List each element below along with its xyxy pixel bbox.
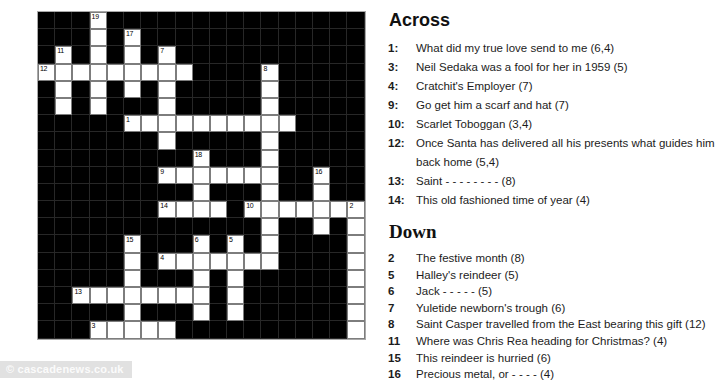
white-cell[interactable]: 18 [193,150,210,167]
white-cell[interactable] [55,98,72,115]
black-cell [244,64,261,81]
black-cell [124,98,141,115]
black-cell [227,81,244,98]
black-cell [296,287,313,304]
black-cell [107,184,124,201]
white-cell[interactable]: 11 [55,46,72,63]
white-cell[interactable] [90,287,107,304]
black-cell [158,184,175,201]
white-cell[interactable]: 14 [158,201,175,218]
black-cell [347,64,364,81]
white-cell[interactable] [210,115,227,132]
across-clue: 10:Scarlet Toboggan (3,4) [388,115,720,134]
black-cell [193,321,210,338]
black-cell [210,235,227,252]
white-cell[interactable] [227,167,244,184]
black-cell [261,29,278,46]
black-cell [261,304,278,321]
white-cell[interactable] [55,81,72,98]
black-cell [296,150,313,167]
white-cell[interactable] [141,64,158,81]
white-cell[interactable] [261,98,278,115]
black-cell [193,12,210,29]
across-clue: 3:Neil Sedaka was a fool for her in 1959… [388,58,720,77]
cell-clue-number: 3 [92,322,96,330]
white-cell[interactable]: 1 [124,115,141,132]
white-cell[interactable] [347,287,364,304]
black-cell [244,287,261,304]
black-cell [193,64,210,81]
white-cell[interactable] [193,270,210,287]
white-cell[interactable] [176,64,193,81]
white-cell[interactable] [124,304,141,321]
cell-clue-number: 10 [246,202,253,210]
white-cell[interactable] [244,167,261,184]
black-cell [210,98,227,115]
black-cell [296,167,313,184]
white-cell[interactable] [347,218,364,235]
black-cell [38,132,55,149]
black-cell [38,235,55,252]
black-cell [210,287,227,304]
white-cell[interactable]: 17 [124,29,141,46]
black-cell [72,12,89,29]
white-cell[interactable] [347,235,364,252]
cell-clue-number: 8 [263,65,267,73]
black-cell [210,29,227,46]
white-cell[interactable] [347,253,364,270]
white-cell[interactable] [90,46,107,63]
white-cell[interactable] [141,115,158,132]
cell-clue-number: 17 [126,30,133,38]
white-cell[interactable] [176,201,193,218]
white-cell[interactable] [261,167,278,184]
white-cell[interactable] [279,115,296,132]
clue-label: 2 [388,250,416,267]
black-cell [38,253,55,270]
clue-text: Jack - - - - - (5) [416,283,720,300]
black-cell [193,81,210,98]
white-cell[interactable]: 6 [193,235,210,252]
black-cell [158,270,175,287]
black-cell [296,81,313,98]
white-cell[interactable] [227,287,244,304]
black-cell [107,218,124,235]
white-cell[interactable] [193,253,210,270]
white-cell[interactable]: 16 [313,167,330,184]
black-cell [141,184,158,201]
black-cell [107,270,124,287]
black-cell [330,270,347,287]
black-cell [193,46,210,63]
white-cell[interactable] [107,321,124,338]
black-cell [347,98,364,115]
clue-text: This reindeer is hurried (6) [416,350,720,367]
white-cell[interactable] [193,115,210,132]
black-cell [347,81,364,98]
black-cell [296,98,313,115]
black-cell [296,29,313,46]
white-cell[interactable]: 10 [244,201,261,218]
black-cell [176,150,193,167]
black-cell [107,115,124,132]
black-cell [313,46,330,63]
white-cell[interactable] [261,235,278,252]
white-cell[interactable]: 8 [261,64,278,81]
black-cell [124,167,141,184]
white-cell[interactable] [90,98,107,115]
black-cell [90,253,107,270]
black-cell [227,132,244,149]
black-cell [279,321,296,338]
black-cell [227,321,244,338]
black-cell [158,304,175,321]
black-cell [296,218,313,235]
white-cell[interactable]: 2 [347,201,364,218]
across-clue: 1:What did my true love send to me (6,4) [388,39,720,58]
across-clue: 14:This old fashioned time of year (4) [388,191,720,210]
white-cell[interactable] [313,218,330,235]
clue-text: Once Santa has delivered all his present… [416,134,720,172]
cell-clue-number: 1 [126,116,130,124]
white-cell[interactable] [261,150,278,167]
white-cell[interactable] [261,132,278,149]
white-cell[interactable] [176,115,193,132]
white-cell[interactable] [244,253,261,270]
black-cell [72,98,89,115]
white-cell[interactable] [176,167,193,184]
black-cell [72,167,89,184]
white-cell[interactable] [124,321,141,338]
white-cell[interactable] [244,115,261,132]
black-cell [90,270,107,287]
across-heading: Across [389,10,720,31]
down-clue: 15This reindeer is hurried (6) [388,350,720,367]
black-cell [244,46,261,63]
white-cell[interactable] [158,64,175,81]
white-cell[interactable] [210,167,227,184]
black-cell [330,12,347,29]
black-cell [141,81,158,98]
black-cell [72,235,89,252]
black-cell [55,235,72,252]
black-cell [90,132,107,149]
white-cell[interactable] [107,64,124,81]
black-cell [193,132,210,149]
black-cell [296,64,313,81]
black-cell [261,46,278,63]
black-cell [38,184,55,201]
white-cell[interactable] [227,304,244,321]
black-cell [38,115,55,132]
black-cell [210,12,227,29]
white-cell[interactable] [193,287,210,304]
white-cell[interactable] [158,132,175,149]
white-cell[interactable] [141,287,158,304]
clue-text: Cratchit's Employer (7) [416,77,720,96]
black-cell [176,304,193,321]
page: 19171171281189161410215654133 Across 1:W… [0,0,722,381]
clue-label: 1: [388,39,416,58]
down-clue: 5Halley's reindeer (5) [388,267,720,284]
black-cell [141,12,158,29]
black-cell [158,29,175,46]
white-cell[interactable] [124,270,141,287]
black-cell [176,218,193,235]
black-cell [210,184,227,201]
black-cell [313,81,330,98]
black-cell [330,287,347,304]
cell-clue-number: 12 [40,65,47,73]
white-cell[interactable] [313,184,330,201]
white-cell[interactable] [296,201,313,218]
black-cell [347,184,364,201]
black-cell [90,218,107,235]
clue-label: 12: [388,134,416,153]
white-cell[interactable] [124,46,141,63]
clue-label: 5 [388,267,416,284]
black-cell [107,167,124,184]
black-cell [347,167,364,184]
white-cell[interactable] [227,115,244,132]
white-cell[interactable] [261,253,278,270]
black-cell [176,132,193,149]
black-cell [141,270,158,287]
clue-label: 7 [388,300,416,317]
black-cell [279,98,296,115]
cell-clue-number: 4 [160,254,164,262]
black-cell [261,270,278,287]
black-cell [296,235,313,252]
black-cell [107,253,124,270]
white-cell[interactable] [158,115,175,132]
clue-text: Halley's reindeer (5) [416,267,720,284]
clue-text: What did my true love send to me (6,4) [416,39,720,58]
black-cell [107,201,124,218]
white-cell[interactable]: 7 [158,46,175,63]
black-cell [72,115,89,132]
black-cell [72,253,89,270]
black-cell [330,304,347,321]
black-cell [347,150,364,167]
black-cell [55,167,72,184]
cell-clue-number: 5 [229,236,233,244]
black-cell [90,115,107,132]
black-cell [244,12,261,29]
black-cell [124,12,141,29]
white-cell[interactable] [261,201,278,218]
white-cell[interactable] [193,201,210,218]
black-cell [107,235,124,252]
white-cell[interactable] [124,253,141,270]
black-cell [244,270,261,287]
across-clue: 13:Saint - - - - - - - - (8) [388,172,720,191]
black-cell [193,218,210,235]
white-cell[interactable] [347,321,364,338]
black-cell [55,304,72,321]
black-cell [72,201,89,218]
white-cell[interactable]: 9 [158,167,175,184]
white-cell[interactable]: 12 [38,64,55,81]
black-cell [261,321,278,338]
white-cell[interactable] [124,64,141,81]
black-cell [313,64,330,81]
black-cell [176,12,193,29]
cell-clue-number: 7 [160,47,164,55]
white-cell[interactable]: 4 [158,253,175,270]
black-cell [55,287,72,304]
black-cell [55,253,72,270]
black-cell [330,253,347,270]
black-cell [72,184,89,201]
white-cell[interactable] [158,321,175,338]
white-cell[interactable] [193,184,210,201]
black-cell [38,218,55,235]
black-cell [176,235,193,252]
white-cell[interactable] [261,184,278,201]
white-cell[interactable] [261,81,278,98]
white-cell[interactable] [141,321,158,338]
black-cell [38,150,55,167]
black-cell [210,132,227,149]
black-cell [38,167,55,184]
white-cell[interactable] [90,64,107,81]
white-cell[interactable] [227,253,244,270]
black-cell [38,201,55,218]
cell-clue-number: 15 [126,236,133,244]
white-cell[interactable] [124,287,141,304]
black-cell [227,29,244,46]
white-cell[interactable] [227,270,244,287]
black-cell [313,235,330,252]
black-cell [141,150,158,167]
black-cell [279,132,296,149]
black-cell [72,46,89,63]
white-cell[interactable] [279,201,296,218]
black-cell [90,235,107,252]
white-cell[interactable]: 3 [90,321,107,338]
black-cell [38,46,55,63]
white-cell[interactable] [347,304,364,321]
clue-text: Neil Sedaka was a fool for her in 1959 (… [416,58,720,77]
black-cell [313,253,330,270]
white-cell[interactable] [193,304,210,321]
clue-label: 15 [388,350,416,367]
cell-clue-number: 2 [349,202,353,210]
black-cell [330,64,347,81]
black-cell [107,12,124,29]
black-cell [330,46,347,63]
down-clue: 6Jack - - - - - (5) [388,283,720,300]
white-cell[interactable] [210,201,227,218]
white-cell[interactable] [55,64,72,81]
black-cell [107,46,124,63]
black-cell [72,270,89,287]
black-cell [176,98,193,115]
white-cell[interactable] [193,167,210,184]
black-cell [107,98,124,115]
cell-clue-number: 9 [160,168,164,176]
white-cell[interactable] [176,287,193,304]
black-cell [296,46,313,63]
down-clue: 16Precious metal, or - - - - (4) [388,366,720,381]
black-cell [90,150,107,167]
black-cell [90,201,107,218]
black-cell [90,184,107,201]
black-cell [158,12,175,29]
black-cell [72,150,89,167]
clue-label: 10: [388,115,416,134]
black-cell [279,64,296,81]
white-cell[interactable]: 19 [90,12,107,29]
black-cell [279,235,296,252]
white-cell[interactable] [176,253,193,270]
black-cell [141,29,158,46]
black-cell [176,270,193,287]
black-cell [72,321,89,338]
clue-text: The festive month (8) [416,250,720,267]
white-cell[interactable] [330,201,347,218]
white-cell[interactable] [158,287,175,304]
black-cell [313,304,330,321]
down-clue: 2The festive month (8) [388,250,720,267]
white-cell[interactable]: 13 [72,287,89,304]
black-cell [313,115,330,132]
white-cell[interactable] [72,64,89,81]
white-cell[interactable] [90,81,107,98]
black-cell [296,184,313,201]
white-cell[interactable] [90,29,107,46]
black-cell [330,167,347,184]
white-cell[interactable] [158,98,175,115]
black-cell [227,150,244,167]
clue-label: 8 [388,316,416,333]
cell-clue-number: 13 [74,288,81,296]
black-cell [227,98,244,115]
white-cell[interactable] [347,270,364,287]
black-cell [55,184,72,201]
black-cell [176,321,193,338]
black-cell [176,29,193,46]
black-cell [296,270,313,287]
black-cell [296,304,313,321]
black-cell [141,46,158,63]
black-cell [279,167,296,184]
black-cell [210,304,227,321]
clue-label: 4: [388,77,416,96]
white-cell[interactable] [158,81,175,98]
black-cell [244,29,261,46]
white-cell[interactable] [124,81,141,98]
white-cell[interactable] [313,201,330,218]
white-cell[interactable]: 5 [227,235,244,252]
white-cell[interactable] [210,253,227,270]
white-cell[interactable] [261,115,278,132]
white-cell[interactable] [107,287,124,304]
black-cell [279,304,296,321]
black-cell [227,201,244,218]
black-cell [210,218,227,235]
down-heading: Down [389,221,720,243]
black-cell [261,287,278,304]
white-cell[interactable] [261,218,278,235]
black-cell [38,29,55,46]
black-cell [38,12,55,29]
black-cell [330,115,347,132]
black-cell [330,29,347,46]
across-clue: 12:Once Santa has delivered all his pres… [388,134,720,172]
white-cell[interactable]: 15 [124,235,141,252]
